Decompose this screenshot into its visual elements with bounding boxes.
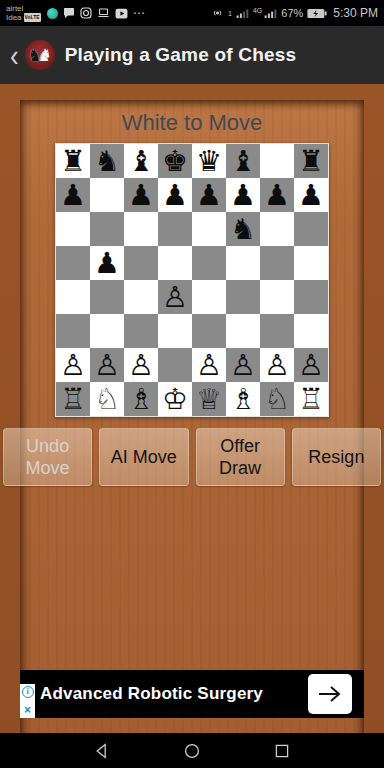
square-e1[interactable]: ♕ (192, 382, 226, 416)
ad-arrow-button[interactable] (308, 674, 352, 714)
undo-move-button[interactable]: Undo Move (3, 428, 92, 486)
adchoices-widget[interactable]: i × (20, 684, 35, 718)
carrier-label: airtel Idea VoLTE (6, 4, 41, 22)
square-g1[interactable]: ♘ (260, 382, 294, 416)
square-f1[interactable]: ♗ (226, 382, 260, 416)
volte-badge: VoLTE (24, 13, 41, 22)
game-area: White to Move ♜♞♝♚♛♝♜♟♟♟♟♟♟♟♞♟♙♙♙♙♙♙♙♙♖♘… (0, 84, 384, 768)
square-c5[interactable] (124, 246, 158, 280)
turn-indicator: White to Move (0, 110, 384, 136)
ad-close-icon[interactable]: × (24, 704, 31, 716)
battery-percent: 67% (281, 7, 303, 19)
instagram-icon (80, 7, 92, 19)
square-d3[interactable] (158, 314, 192, 348)
status-right: 1 4G 67% 5:30 PM (211, 6, 378, 20)
action-buttons: Undo Move AI Move Offer Draw Resign (0, 428, 384, 486)
chess-board[interactable]: ♜♞♝♚♛♝♜♟♟♟♟♟♟♟♞♟♙♙♙♙♙♙♙♙♖♘♗♔♕♗♘♖ (55, 143, 329, 417)
square-g2[interactable]: ♙ (260, 348, 294, 382)
teal-app-icon (47, 8, 58, 19)
square-f2[interactable]: ♙ (226, 348, 260, 382)
square-g3[interactable] (260, 314, 294, 348)
square-h8[interactable]: ♜ (294, 144, 328, 178)
square-b8[interactable]: ♞ (90, 144, 124, 178)
square-b4[interactable] (90, 280, 124, 314)
square-g8[interactable] (260, 144, 294, 178)
carrier-line2: Idea (6, 13, 22, 22)
square-a3[interactable] (56, 314, 90, 348)
more-icon: ⋯ (133, 6, 146, 20)
square-c7[interactable]: ♟ (124, 178, 158, 212)
square-a2[interactable]: ♙ (56, 348, 90, 382)
nav-home-icon[interactable] (182, 741, 202, 761)
square-f6[interactable]: ♞ (226, 212, 260, 246)
square-e4[interactable] (192, 280, 226, 314)
app-logo-icon: ♞♞ (25, 40, 55, 70)
square-h1[interactable]: ♖ (294, 382, 328, 416)
square-g6[interactable] (260, 212, 294, 246)
battery-icon (307, 8, 327, 19)
square-h5[interactable] (294, 246, 328, 280)
square-f4[interactable] (226, 280, 260, 314)
square-d5[interactable] (158, 246, 192, 280)
signal-bars-icon-2 (264, 8, 277, 19)
ad-banner[interactable]: i × Advanced Robotic Surgery (20, 670, 364, 718)
phone-screen: airtel Idea VoLTE ⋯ (0, 0, 384, 768)
laptop-icon (97, 7, 110, 19)
nav-back-icon[interactable] (92, 741, 112, 761)
square-h4[interactable] (294, 280, 328, 314)
square-a6[interactable] (56, 212, 90, 246)
video-icon (115, 8, 128, 19)
signal-bars-icon-1 (236, 8, 249, 19)
clock: 5:30 PM (333, 6, 378, 20)
hotspot-count: 1 (228, 10, 232, 17)
square-d8[interactable]: ♚ (158, 144, 192, 178)
square-g5[interactable] (260, 246, 294, 280)
square-f8[interactable]: ♝ (226, 144, 260, 178)
square-e3[interactable] (192, 314, 226, 348)
title-bar: ‹ ♞♞ Playing a Game of Chess (0, 26, 384, 84)
square-d6[interactable] (158, 212, 192, 246)
chat-icon (63, 7, 75, 19)
hotspot-icon (211, 7, 224, 19)
square-a8[interactable]: ♜ (56, 144, 90, 178)
square-e8[interactable]: ♛ (192, 144, 226, 178)
square-h3[interactable] (294, 314, 328, 348)
page-title: Playing a Game of Chess (65, 44, 297, 66)
offer-draw-button[interactable]: Offer Draw (196, 428, 285, 486)
square-b5[interactable]: ♟ (90, 246, 124, 280)
ai-move-button[interactable]: AI Move (99, 428, 188, 486)
resign-button[interactable]: Resign (292, 428, 381, 486)
square-c8[interactable]: ♝ (124, 144, 158, 178)
square-h6[interactable] (294, 212, 328, 246)
square-g4[interactable] (260, 280, 294, 314)
status-bar: airtel Idea VoLTE ⋯ (0, 0, 384, 26)
square-g7[interactable]: ♟ (260, 178, 294, 212)
square-e7[interactable]: ♟ (192, 178, 226, 212)
nav-recents-icon[interactable] (272, 741, 292, 761)
square-c6[interactable] (124, 212, 158, 246)
square-h7[interactable]: ♟ (294, 178, 328, 212)
square-c3[interactable] (124, 314, 158, 348)
notification-icons: ⋯ (47, 6, 146, 20)
square-a7[interactable]: ♟ (56, 178, 90, 212)
square-d7[interactable]: ♟ (158, 178, 192, 212)
ad-headline[interactable]: Advanced Robotic Surgery (40, 684, 263, 704)
square-b7[interactable] (90, 178, 124, 212)
square-h2[interactable]: ♙ (294, 348, 328, 382)
square-f3[interactable] (226, 314, 260, 348)
square-f7[interactable]: ♟ (226, 178, 260, 212)
square-c2[interactable]: ♙ (124, 348, 158, 382)
square-e6[interactable] (192, 212, 226, 246)
square-b2[interactable]: ♙ (90, 348, 124, 382)
square-f5[interactable] (226, 246, 260, 280)
back-chevron-icon[interactable]: ‹ (10, 39, 19, 70)
network-type-label: 4G (253, 7, 262, 14)
square-a5[interactable] (56, 246, 90, 280)
square-d4[interactable]: ♙ (158, 280, 192, 314)
square-b1[interactable]: ♘ (90, 382, 124, 416)
square-a4[interactable] (56, 280, 90, 314)
square-d1[interactable]: ♔ (158, 382, 192, 416)
square-e5[interactable] (192, 246, 226, 280)
adchoices-info-icon[interactable]: i (22, 686, 34, 698)
carrier-line1: airtel (6, 4, 41, 13)
square-e2[interactable]: ♙ (192, 348, 226, 382)
android-nav-bar (0, 733, 384, 768)
square-d2[interactable] (158, 348, 192, 382)
square-c4[interactable] (124, 280, 158, 314)
square-b3[interactable] (90, 314, 124, 348)
square-c1[interactable]: ♗ (124, 382, 158, 416)
square-b6[interactable] (90, 212, 124, 246)
square-a1[interactable]: ♖ (56, 382, 90, 416)
